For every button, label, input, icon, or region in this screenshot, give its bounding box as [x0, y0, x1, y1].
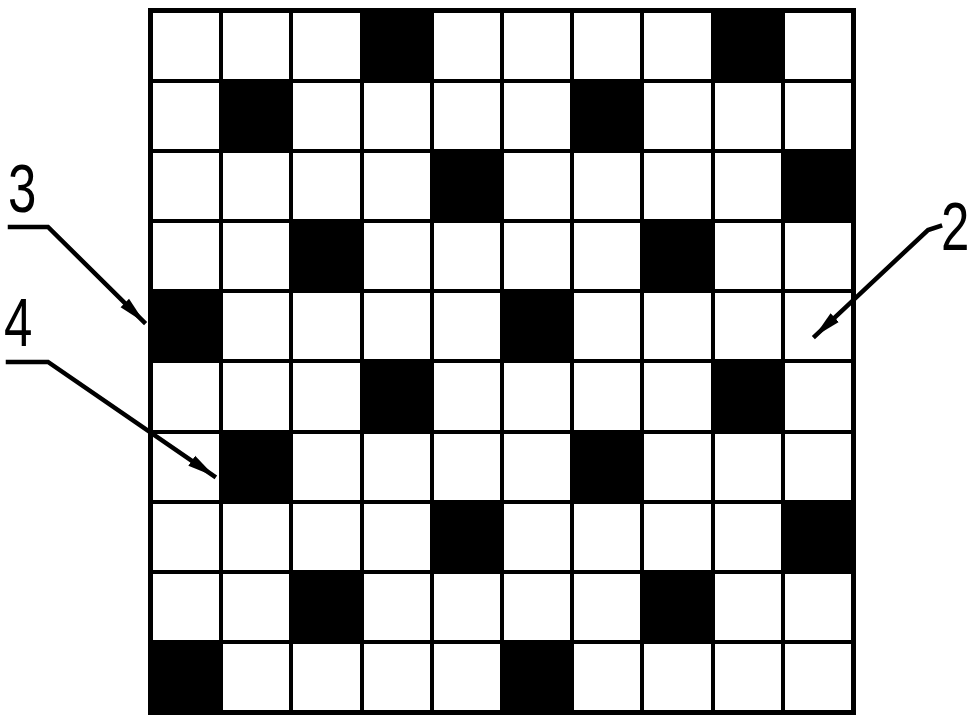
grid-cell-r7c2-white [293, 504, 359, 570]
grid-cell-r8c8-white [715, 574, 781, 640]
grid-cell-r0c5-white [504, 13, 570, 79]
grid-cell-r9c0-black [153, 644, 219, 710]
reference-numeral-4: 4 [4, 288, 32, 356]
grid-cell-r1c5-white [504, 83, 570, 149]
grid-cell-r6c3-white [364, 434, 430, 500]
grid-cell-r4c4-white [434, 293, 500, 359]
grid-cell-r7c6-white [574, 504, 640, 570]
grid-cell-r7c3-white [364, 504, 430, 570]
grid-cell-r0c4-white [434, 13, 500, 79]
grid-cell-r8c1-white [223, 574, 289, 640]
grid-cell-r8c6-white [574, 574, 640, 640]
grid-cell-r1c0-white [153, 83, 219, 149]
grid-cell-r9c1-white [223, 644, 289, 710]
grid-cell-r5c6-white [574, 363, 640, 429]
grid-cell-r2c2-white [293, 153, 359, 219]
grid-cell-r1c4-white [434, 83, 500, 149]
grid-cell-r4c5-black [504, 293, 570, 359]
grid-cell-r6c2-white [293, 434, 359, 500]
grid-cell-r2c0-white [153, 153, 219, 219]
figure-canvas: 3 4 2 [0, 0, 979, 725]
grid-cell-r6c9-white [785, 434, 851, 500]
grid-cell-r9c3-white [364, 644, 430, 710]
grid-cell-r8c9-white [785, 574, 851, 640]
grid-cell-r3c5-white [504, 223, 570, 289]
grid-cell-r6c1-black [223, 434, 289, 500]
grid-cell-r9c9-white [785, 644, 851, 710]
grid-cell-r9c2-white [293, 644, 359, 710]
grid-cell-r0c8-black [715, 13, 781, 79]
grid-cell-r7c8-white [715, 504, 781, 570]
grid-cell-r9c8-white [715, 644, 781, 710]
grid-cell-r4c2-white [293, 293, 359, 359]
grid-cell-r3c3-white [364, 223, 430, 289]
grid-cell-r0c6-white [574, 13, 640, 79]
grid-cell-r2c3-white [364, 153, 430, 219]
grid-cell-r4c7-white [644, 293, 710, 359]
grid-cell-r0c2-white [293, 13, 359, 79]
grid-cell-r8c0-white [153, 574, 219, 640]
grid-cell-r0c9-white [785, 13, 851, 79]
grid-cell-r3c9-white [785, 223, 851, 289]
grid-cell-r1c8-white [715, 83, 781, 149]
grid-cell-r3c7-black [644, 223, 710, 289]
grid-cell-r3c8-white [715, 223, 781, 289]
grid-cell-r8c5-white [504, 574, 570, 640]
grid-cell-r7c4-black [434, 504, 500, 570]
grid-cell-r0c1-white [223, 13, 289, 79]
grid-cell-r6c5-white [504, 434, 570, 500]
grid-cell-r1c2-white [293, 83, 359, 149]
grid-cell-r2c9-black [785, 153, 851, 219]
grid-cell-r0c0-white [153, 13, 219, 79]
grid-cell-r6c4-white [434, 434, 500, 500]
grid-cell-r6c6-black [574, 434, 640, 500]
grid-cell-r9c4-white [434, 644, 500, 710]
grid-cell-r6c0-white [153, 434, 219, 500]
grid-cell-r1c1-black [223, 83, 289, 149]
grid-cell-r5c5-white [504, 363, 570, 429]
grid-cell-r5c7-white [644, 363, 710, 429]
grid-cell-r3c2-black [293, 223, 359, 289]
grid-cell-r5c3-black [364, 363, 430, 429]
grid-cell-r7c1-white [223, 504, 289, 570]
grid-cell-r1c3-white [364, 83, 430, 149]
grid-cell-r1c7-white [644, 83, 710, 149]
grid-cell-r7c7-white [644, 504, 710, 570]
grid-cell-r5c9-white [785, 363, 851, 429]
grid-cell-r4c1-white [223, 293, 289, 359]
grid-cell-r1c9-white [785, 83, 851, 149]
grid-cell-r0c3-black [364, 13, 430, 79]
grid-cell-r8c7-black [644, 574, 710, 640]
grid-cell-r9c7-white [644, 644, 710, 710]
grid-cell-r2c4-black [434, 153, 500, 219]
grid-cell-r8c3-white [364, 574, 430, 640]
grid-cell-r0c7-white [644, 13, 710, 79]
pixel-grid [148, 8, 856, 715]
grid-cell-r9c6-white [574, 644, 640, 710]
grid-cell-r1c6-black [574, 83, 640, 149]
grid-cell-r8c4-white [434, 574, 500, 640]
grid-cell-r5c8-black [715, 363, 781, 429]
grid-cell-r2c6-white [574, 153, 640, 219]
grid-cell-r5c4-white [434, 363, 500, 429]
grid-cell-r2c8-white [715, 153, 781, 219]
grid-cell-r4c9-white [785, 293, 851, 359]
grid-cell-r2c7-white [644, 153, 710, 219]
grid-cell-r4c0-black [153, 293, 219, 359]
grid-cell-r6c8-white [715, 434, 781, 500]
grid-cell-r2c1-white [223, 153, 289, 219]
grid-cell-r7c9-black [785, 504, 851, 570]
grid-cell-r3c6-white [574, 223, 640, 289]
grid-cell-r7c5-white [504, 504, 570, 570]
grid-cell-r5c1-white [223, 363, 289, 429]
grid-cell-r3c0-white [153, 223, 219, 289]
grid-cell-r4c6-white [574, 293, 640, 359]
grid-cell-r4c3-white [364, 293, 430, 359]
grid-cell-r3c4-white [434, 223, 500, 289]
grid-cell-r3c1-white [223, 223, 289, 289]
grid-cell-r5c2-white [293, 363, 359, 429]
grid-cell-r9c5-black [504, 644, 570, 710]
grid-cell-r5c0-white [153, 363, 219, 429]
grid-cell-r4c8-white [715, 293, 781, 359]
grid-cell-r8c2-black [293, 574, 359, 640]
grid-cell-r2c5-white [504, 153, 570, 219]
grid-cell-r7c0-white [153, 504, 219, 570]
grid-cell-r6c7-white [644, 434, 710, 500]
reference-numeral-3: 3 [8, 154, 36, 222]
reference-numeral-2: 2 [941, 192, 969, 260]
